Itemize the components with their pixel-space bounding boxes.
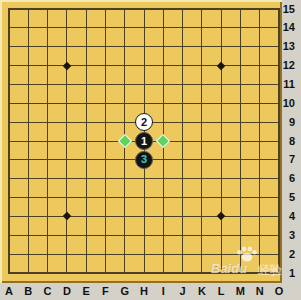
- column-label: I: [154, 285, 172, 297]
- row-label: 10: [281, 97, 297, 110]
- row-label: 4: [281, 210, 297, 223]
- marker-diamond: [118, 134, 132, 148]
- row-label: 12: [281, 59, 297, 72]
- column-label: E: [77, 285, 95, 297]
- marker-diamond: [156, 134, 170, 148]
- column-label: F: [96, 285, 114, 297]
- column-label: N: [251, 285, 269, 297]
- column-label: B: [19, 285, 37, 297]
- watermark-text: Baidu: [211, 261, 247, 276]
- star-point: [63, 61, 71, 69]
- column-label: C: [39, 285, 57, 297]
- row-label: 11: [281, 78, 297, 91]
- row-label: 5: [281, 191, 297, 204]
- row-label: 15: [281, 3, 297, 16]
- column-label: K: [193, 285, 211, 297]
- row-label: 9: [281, 116, 297, 129]
- column-label: G: [116, 285, 134, 297]
- row-label: 7: [281, 153, 297, 166]
- column-label: M: [231, 285, 249, 297]
- row-label: 8: [281, 135, 297, 148]
- column-label: O: [270, 285, 288, 297]
- paw-icon: [236, 246, 258, 262]
- stone-move-3: 3: [135, 151, 153, 169]
- column-label: L: [212, 285, 230, 297]
- column-label: D: [58, 285, 76, 297]
- baidu-watermark: Baidu 经验: [210, 246, 286, 280]
- star-point: [217, 61, 225, 69]
- grid-line-vertical: [278, 8, 280, 274]
- row-label: 6: [281, 172, 297, 185]
- star-point: [217, 212, 225, 220]
- go-diagram: Baidu 经验 123 ABCDEFGHIJKLMNO151413121110…: [0, 0, 301, 300]
- row-label: 3: [281, 229, 297, 242]
- stone-move-1: 1: [135, 132, 153, 150]
- row-label: 13: [281, 40, 297, 53]
- column-label: H: [135, 285, 153, 297]
- stone-move-2: 2: [135, 113, 153, 131]
- watermark-text-cn: 经验: [258, 262, 282, 279]
- grid-line-vertical: [259, 8, 260, 274]
- column-label: A: [0, 285, 18, 297]
- row-label: 14: [281, 21, 297, 34]
- grid-line-horizontal: [8, 235, 280, 236]
- column-label: J: [174, 285, 192, 297]
- go-board: Baidu 经验 123: [0, 0, 282, 283]
- star-point: [63, 212, 71, 220]
